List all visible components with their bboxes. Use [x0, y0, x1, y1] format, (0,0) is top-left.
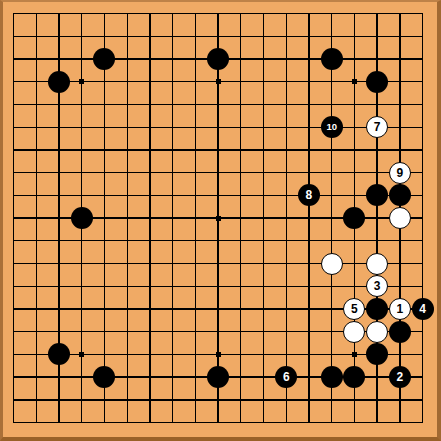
black-stone — [321, 366, 343, 388]
move-stone-8: 8 — [298, 184, 320, 206]
move-number-label: 3 — [374, 280, 381, 292]
black-stone — [343, 366, 365, 388]
move-stone-10: 10 — [321, 116, 343, 138]
star-point — [79, 352, 84, 357]
white-stone — [366, 321, 388, 343]
move-stone-1: 1 — [389, 298, 411, 320]
star-point — [352, 79, 357, 84]
move-stone-6: 6 — [275, 366, 297, 388]
white-stone — [321, 253, 343, 275]
star-point — [79, 79, 84, 84]
white-stone — [366, 253, 388, 275]
go-board: 12345678910 — [0, 0, 441, 441]
move-number-label: 6 — [283, 371, 290, 383]
grid-line-vertical — [308, 13, 309, 423]
black-stone — [366, 71, 388, 93]
black-stone — [207, 366, 229, 388]
move-number-label: 9 — [396, 167, 403, 179]
grid-line-horizontal — [13, 263, 423, 264]
move-number-label: 7 — [374, 121, 381, 133]
star-point — [216, 352, 221, 357]
black-stone — [366, 343, 388, 365]
move-number-label: 10 — [326, 122, 337, 132]
star-point — [216, 79, 221, 84]
grid-line-horizontal — [13, 240, 423, 241]
black-stone — [389, 184, 411, 206]
white-stone — [343, 321, 365, 343]
black-stone — [93, 366, 115, 388]
move-stone-3: 3 — [366, 275, 388, 297]
grid-line-horizontal — [13, 286, 423, 287]
move-number-label: 4 — [419, 303, 426, 315]
move-stone-7: 7 — [366, 116, 388, 138]
black-stone — [93, 48, 115, 70]
black-stone — [48, 343, 70, 365]
move-number-label: 5 — [351, 303, 358, 315]
grid-line-vertical — [286, 13, 287, 423]
white-stone — [389, 207, 411, 229]
black-stone — [321, 48, 343, 70]
grid-line-vertical — [331, 13, 332, 423]
move-number-label: 1 — [396, 303, 403, 315]
black-stone — [343, 207, 365, 229]
grid-line-horizontal — [13, 399, 423, 400]
move-stone-4: 4 — [412, 298, 434, 320]
move-stone-5: 5 — [343, 298, 365, 320]
move-stone-9: 9 — [389, 162, 411, 184]
grid-line-horizontal — [13, 422, 423, 423]
black-stone — [366, 184, 388, 206]
star-point — [352, 352, 357, 357]
grid-line-vertical — [263, 13, 264, 423]
grid-line-vertical — [240, 13, 241, 423]
black-stone — [71, 207, 93, 229]
star-point — [216, 216, 221, 221]
move-stone-2: 2 — [389, 366, 411, 388]
move-number-label: 8 — [306, 189, 313, 201]
grid-line-vertical — [422, 13, 423, 423]
black-stone — [389, 321, 411, 343]
black-stone — [48, 71, 70, 93]
black-stone — [366, 298, 388, 320]
black-stone — [207, 48, 229, 70]
move-number-label: 2 — [396, 371, 403, 383]
